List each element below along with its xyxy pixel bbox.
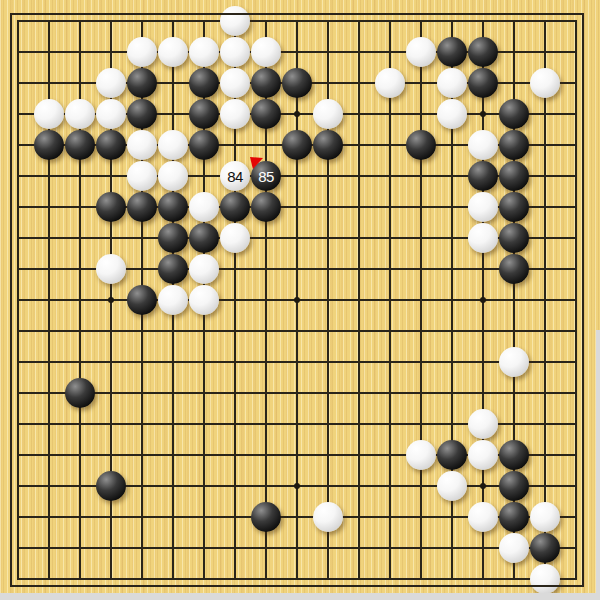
stone-black: [499, 223, 529, 253]
stone-white: [189, 285, 219, 315]
stone-black: [127, 192, 157, 222]
stone-white: [220, 99, 250, 129]
stone-white: [189, 254, 219, 284]
stone-white: [406, 37, 436, 67]
stone-white: [468, 192, 498, 222]
stone-white: [220, 6, 250, 36]
stone-black: [158, 192, 188, 222]
stone-black: [96, 471, 126, 501]
stone-black: [499, 99, 529, 129]
stone-black: [468, 37, 498, 67]
stone-black: [189, 130, 219, 160]
grid-line-horizontal: [17, 547, 577, 549]
stone-black: [158, 254, 188, 284]
grid-line-vertical: [420, 20, 422, 580]
stone-black: [530, 533, 560, 563]
stone-black: [499, 502, 529, 532]
grid-line-horizontal: [17, 330, 577, 332]
stone-white: [406, 440, 436, 470]
stone-white: [468, 223, 498, 253]
stone-black: [127, 68, 157, 98]
stone-white: [127, 130, 157, 160]
stone-white: [375, 68, 405, 98]
stone-black: [189, 223, 219, 253]
stone-black: [282, 130, 312, 160]
stone-white: [96, 68, 126, 98]
grid-line-horizontal: [17, 578, 577, 580]
stone-black: 85: [251, 161, 281, 191]
stone-white: [468, 502, 498, 532]
stone-black: [251, 68, 281, 98]
stone-black: [158, 223, 188, 253]
star-point: [480, 483, 486, 489]
stone-white: [96, 99, 126, 129]
stone-black: [96, 192, 126, 222]
stone-white: [530, 564, 560, 594]
window-edge-strip-bottom: [0, 593, 600, 600]
stone-black: [65, 130, 95, 160]
go-app-window: 8485: [0, 0, 600, 600]
stone-black: [251, 502, 281, 532]
star-point: [294, 297, 300, 303]
move-number-label: 85: [258, 169, 274, 184]
stone-black: [189, 99, 219, 129]
stone-black: [251, 192, 281, 222]
stone-black: [127, 99, 157, 129]
stone-black: [282, 68, 312, 98]
stone-white: [468, 440, 498, 470]
star-point: [480, 297, 486, 303]
stone-white: [189, 37, 219, 67]
stone-white: [468, 409, 498, 439]
stone-black: [437, 440, 467, 470]
stone-black: [96, 130, 126, 160]
stone-black: [220, 192, 250, 222]
stone-black: [468, 161, 498, 191]
move-number-label: 84: [227, 169, 243, 184]
stone-black: [468, 68, 498, 98]
stone-white: [220, 37, 250, 67]
stone-black: [437, 37, 467, 67]
stone-black: [499, 130, 529, 160]
stone-white: [220, 68, 250, 98]
star-point: [294, 111, 300, 117]
stone-black: [406, 130, 436, 160]
stone-white: [96, 254, 126, 284]
stone-black: [499, 471, 529, 501]
grid-line-horizontal: [17, 361, 577, 363]
stone-white: [530, 502, 560, 532]
stone-white: [437, 471, 467, 501]
stone-white: [158, 285, 188, 315]
stone-white: [251, 37, 281, 67]
stone-white: [313, 502, 343, 532]
stone-black: [499, 440, 529, 470]
window-edge-strip-right: [596, 330, 600, 600]
stone-white: [220, 223, 250, 253]
grid-line-vertical: [575, 20, 577, 580]
stone-white: 84: [220, 161, 250, 191]
grid-line-horizontal: [17, 392, 577, 394]
stone-white: [530, 68, 560, 98]
stone-white: [437, 99, 467, 129]
stone-black: [313, 130, 343, 160]
stone-white: [158, 161, 188, 191]
stone-white: [158, 130, 188, 160]
star-point: [480, 111, 486, 117]
stone-white: [468, 130, 498, 160]
stone-white: [127, 161, 157, 191]
stone-white: [158, 37, 188, 67]
stone-white: [34, 99, 64, 129]
stone-white: [499, 533, 529, 563]
grid-line-vertical: [358, 20, 360, 580]
stone-white: [499, 347, 529, 377]
stone-white: [189, 192, 219, 222]
stone-black: [189, 68, 219, 98]
stone-black: [251, 99, 281, 129]
stone-white: [127, 37, 157, 67]
stone-white: [65, 99, 95, 129]
stone-black: [65, 378, 95, 408]
grid-line-vertical: [389, 20, 391, 580]
stone-black: [499, 192, 529, 222]
grid-line-vertical: [544, 20, 546, 580]
stone-black: [499, 161, 529, 191]
stone-black: [34, 130, 64, 160]
star-point: [108, 297, 114, 303]
star-point: [294, 483, 300, 489]
go-board[interactable]: 8485: [0, 0, 600, 600]
stone-white: [313, 99, 343, 129]
stone-white: [437, 68, 467, 98]
stone-black: [127, 285, 157, 315]
stone-black: [499, 254, 529, 284]
